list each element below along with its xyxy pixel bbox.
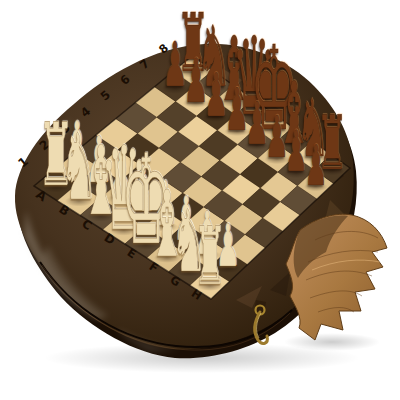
rank-label-7: 7 [137, 56, 152, 72]
chess-box-photo: ABCDEFGH12345678 ♜♞♟♝♟♛♟♚♟♝♟♞♟♟♜♟♟♟♜♟♞♟♝… [0, 0, 400, 400]
piece-white-rook-h1[interactable]: ♜ [193, 216, 226, 296]
rank-label-6: 6 [118, 72, 133, 88]
rank-label-5: 5 [98, 88, 113, 104]
rank-label-1: 1 [16, 154, 32, 170]
piece-black-pawn-h7[interactable]: ♟ [304, 138, 327, 194]
